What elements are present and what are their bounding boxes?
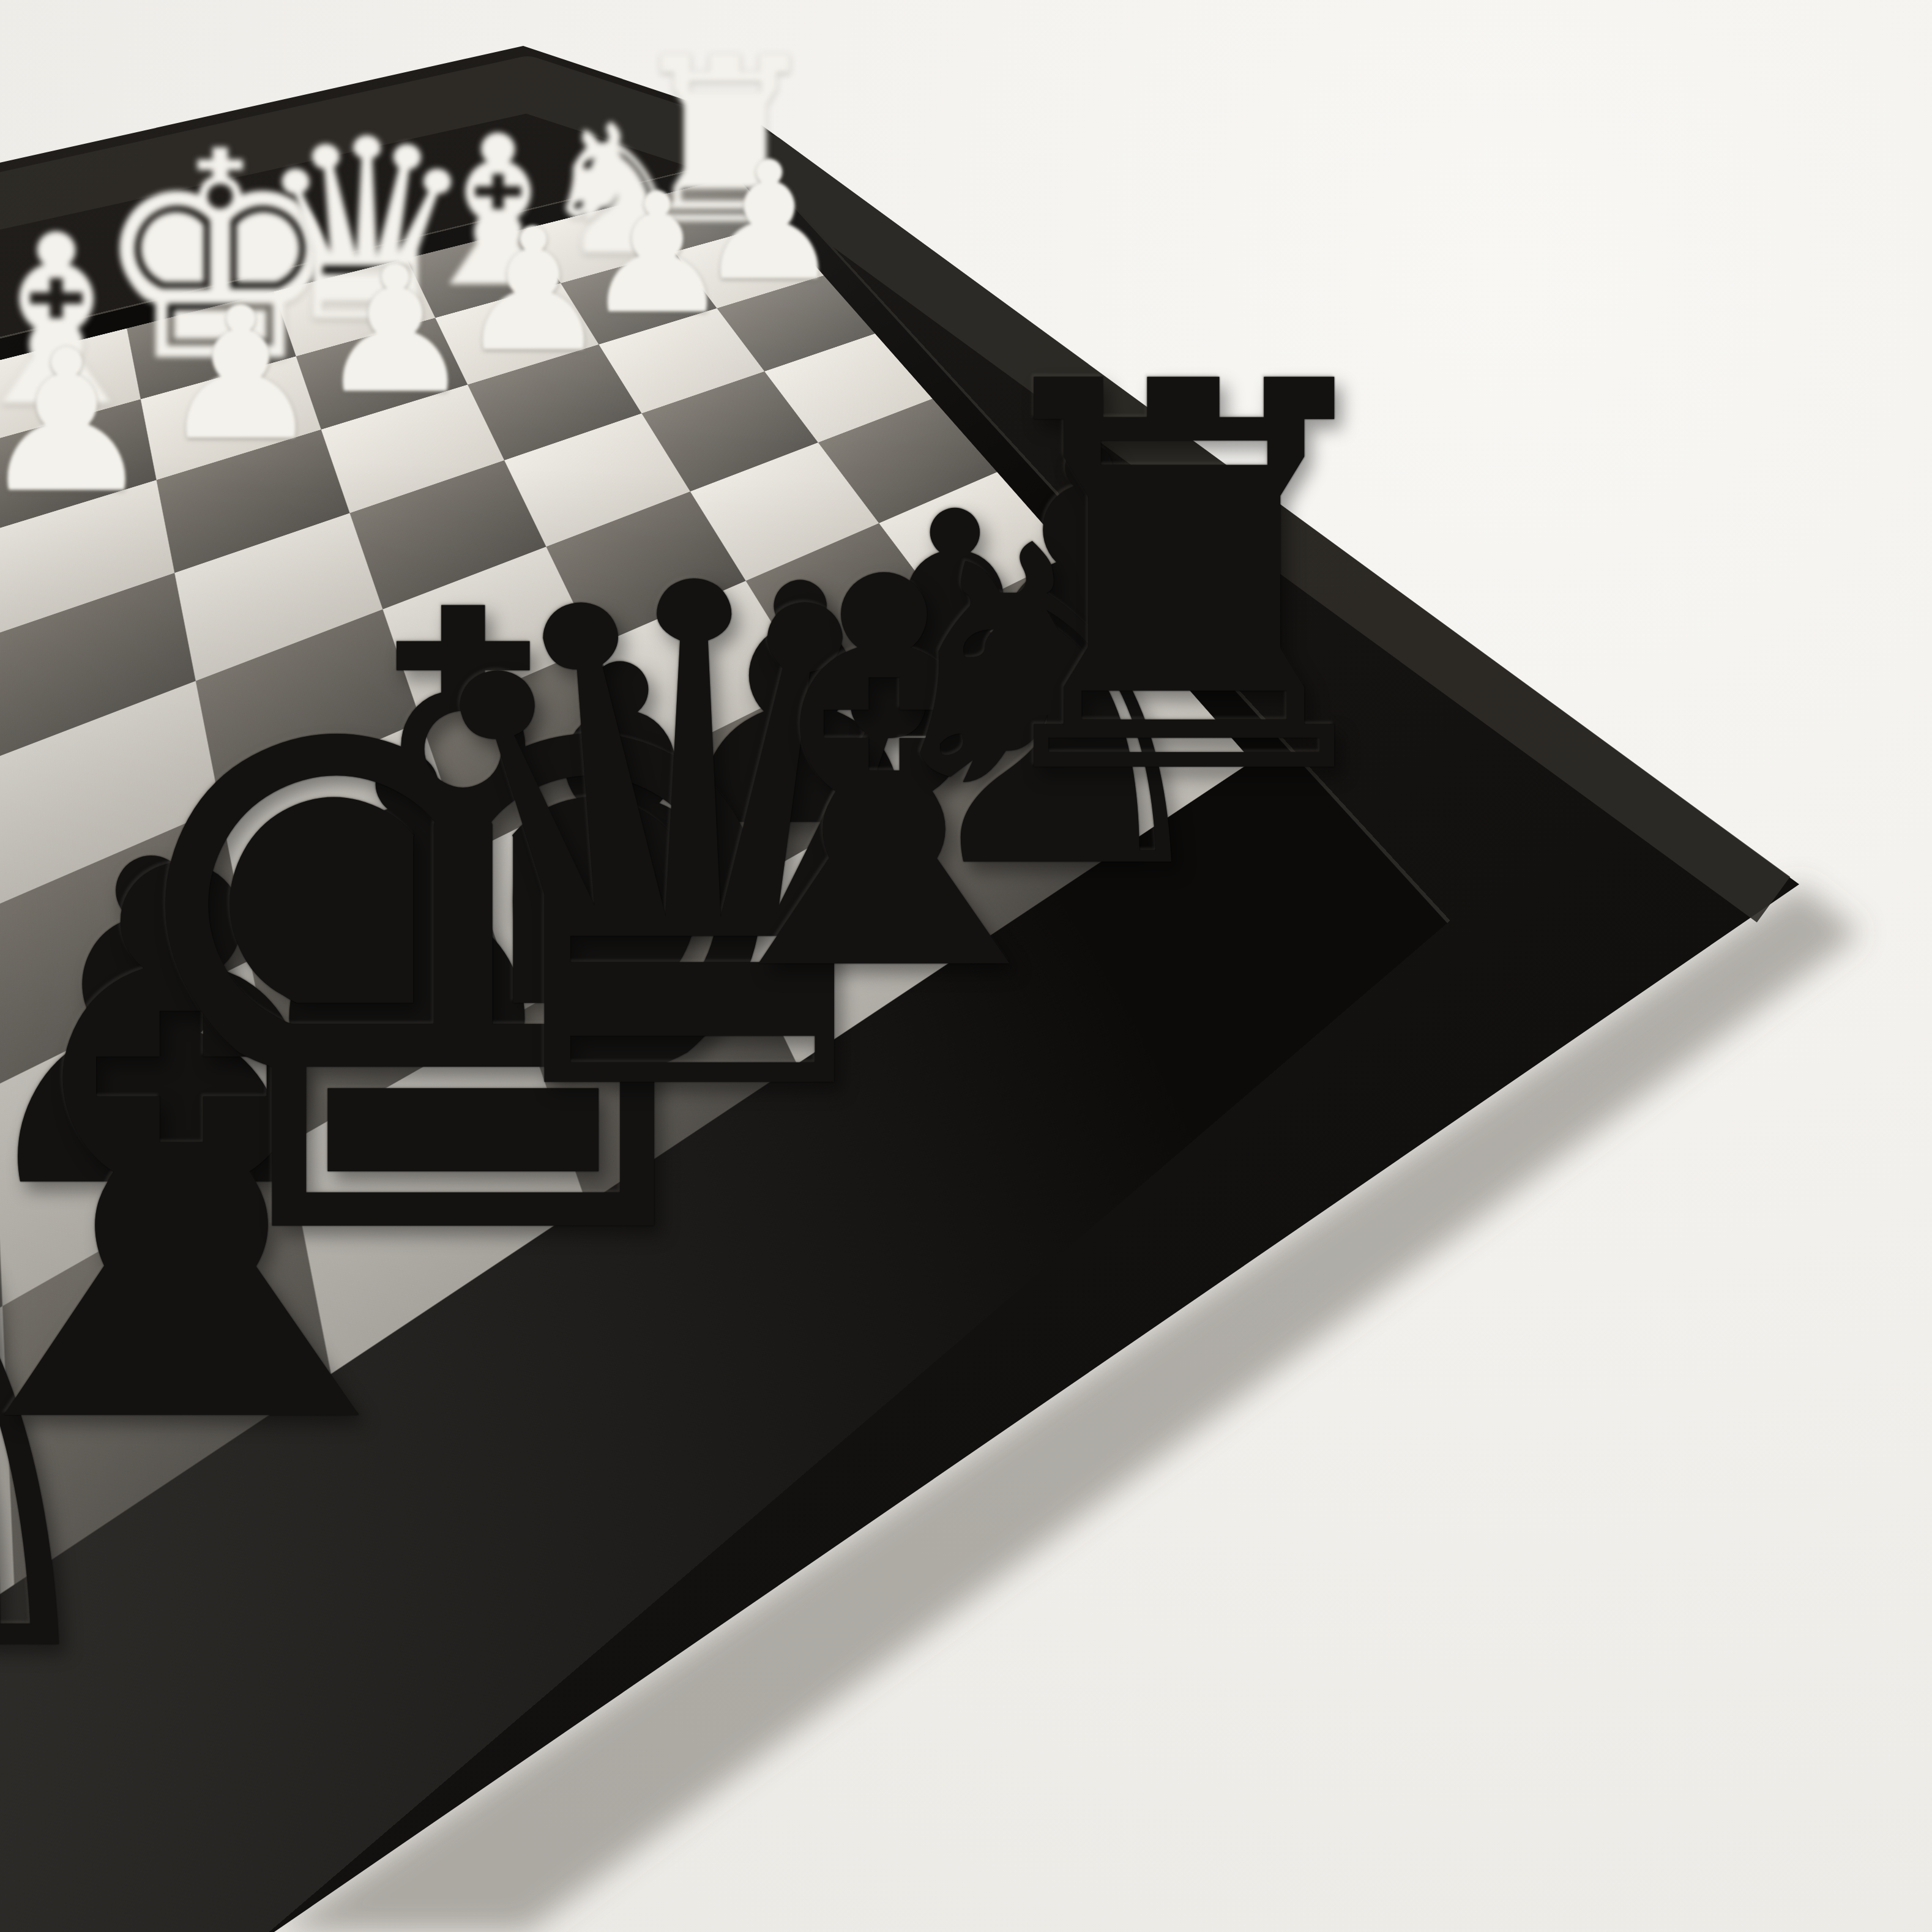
piece-black-rook-a8[interactable]: ♜ <box>945 315 1423 849</box>
piece-white-pawn-d2[interactable]: ♟ <box>317 243 474 417</box>
scene: ♜♞♝♛♚♝♞♜♟♟♟♟♟♟♟♟♟♟♟♟♟♟♟♟♜♞♝♛♚♝♞♜ <box>0 0 1932 1932</box>
piece-white-pawn-a2[interactable]: ♟ <box>696 140 842 303</box>
